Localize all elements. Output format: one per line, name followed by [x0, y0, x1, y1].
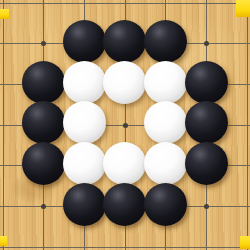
yellow-corner-marker-bottom-left [0, 236, 7, 246]
yellow-corner-marker-top-left [0, 9, 9, 19]
corner-markers [0, 0, 250, 250]
yellow-corner-marker-bottom-right [240, 236, 250, 249]
yellow-corner-marker-top-right [236, 0, 250, 17]
go-board[interactable] [0, 0, 250, 250]
